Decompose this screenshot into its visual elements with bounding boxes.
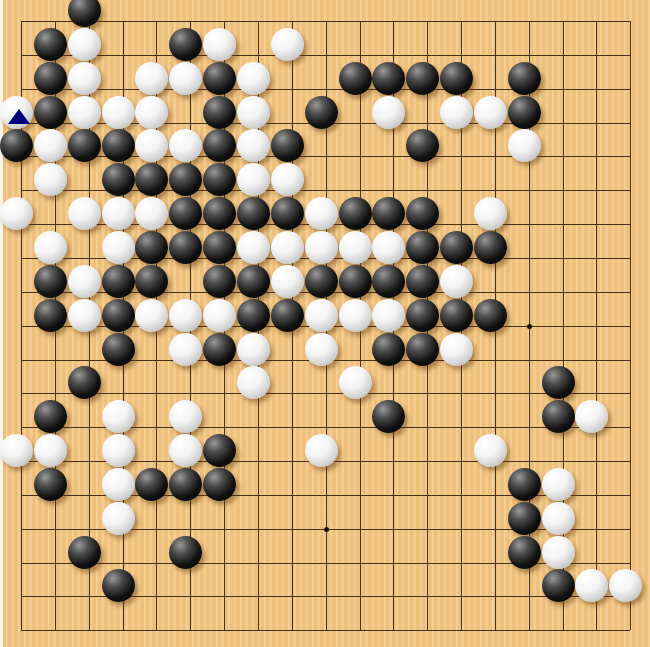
- stone-black[interactable]: [406, 265, 439, 298]
- stone-black[interactable]: [34, 400, 67, 433]
- stone-white[interactable]: [542, 468, 575, 501]
- stone-black[interactable]: [542, 400, 575, 433]
- stone-black[interactable]: [169, 28, 202, 61]
- stone-white[interactable]: [305, 231, 338, 264]
- stone-black[interactable]: [305, 96, 338, 129]
- stone-white[interactable]: [339, 231, 372, 264]
- stone-black[interactable]: [34, 299, 67, 332]
- stone-white[interactable]: [372, 231, 405, 264]
- stone-black[interactable]: [339, 197, 372, 230]
- stone-white[interactable]: [237, 62, 270, 95]
- stone-black[interactable]: [169, 231, 202, 264]
- stone-black[interactable]: [169, 536, 202, 569]
- stone-white[interactable]: [372, 299, 405, 332]
- stone-white[interactable]: [68, 62, 101, 95]
- stone-black[interactable]: [508, 62, 541, 95]
- stone-black[interactable]: [474, 299, 507, 332]
- stone-black[interactable]: [508, 96, 541, 129]
- stone-black[interactable]: [135, 231, 168, 264]
- stone-black[interactable]: [203, 129, 236, 162]
- stone-white[interactable]: [102, 400, 135, 433]
- stone-black[interactable]: [203, 468, 236, 501]
- stone-white[interactable]: [508, 129, 541, 162]
- stone-black[interactable]: [135, 468, 168, 501]
- stone-white[interactable]: [609, 569, 642, 602]
- stone-white[interactable]: [237, 129, 270, 162]
- stone-white[interactable]: [135, 129, 168, 162]
- stone-white[interactable]: [34, 163, 67, 196]
- stone-white[interactable]: [203, 28, 236, 61]
- stone-black[interactable]: [440, 62, 473, 95]
- stone-white[interactable]: [0, 434, 33, 467]
- stone-white[interactable]: [339, 299, 372, 332]
- stone-white[interactable]: [237, 231, 270, 264]
- stone-white[interactable]: [271, 163, 304, 196]
- stone-white[interactable]: [237, 96, 270, 129]
- stone-black[interactable]: [34, 96, 67, 129]
- stone-white[interactable]: [440, 265, 473, 298]
- triangle-marker: [8, 109, 30, 124]
- stone-white[interactable]: [169, 434, 202, 467]
- grid-line-vertical: [596, 21, 597, 630]
- stone-black[interactable]: [406, 197, 439, 230]
- stone-black[interactable]: [406, 62, 439, 95]
- stone-black[interactable]: [34, 265, 67, 298]
- stone-white[interactable]: [339, 366, 372, 399]
- stone-black[interactable]: [406, 231, 439, 264]
- stone-white[interactable]: [135, 96, 168, 129]
- stone-white[interactable]: [102, 434, 135, 467]
- stone-white[interactable]: [575, 569, 608, 602]
- stone-black[interactable]: [102, 129, 135, 162]
- stone-black[interactable]: [68, 129, 101, 162]
- stone-white[interactable]: [271, 231, 304, 264]
- stone-black[interactable]: [372, 62, 405, 95]
- stone-black[interactable]: [508, 536, 541, 569]
- stone-black[interactable]: [102, 163, 135, 196]
- stone-black[interactable]: [372, 197, 405, 230]
- stone-black[interactable]: [372, 400, 405, 433]
- stone-black[interactable]: [135, 265, 168, 298]
- stone-white[interactable]: [102, 231, 135, 264]
- grid-line-vertical: [630, 21, 631, 630]
- grid-line-horizontal: [21, 393, 630, 394]
- stone-white[interactable]: [542, 502, 575, 535]
- stone-white[interactable]: [271, 28, 304, 61]
- stone-black[interactable]: [542, 569, 575, 602]
- stone-white[interactable]: [0, 197, 33, 230]
- star-point: [527, 324, 532, 329]
- stone-white[interactable]: [305, 434, 338, 467]
- stone-white[interactable]: [68, 96, 101, 129]
- stone-white[interactable]: [542, 536, 575, 569]
- stone-white[interactable]: [474, 434, 507, 467]
- stone-white[interactable]: [102, 502, 135, 535]
- go-app-window: [0, 0, 650, 647]
- stone-white[interactable]: [34, 129, 67, 162]
- stone-black[interactable]: [102, 265, 135, 298]
- stone-black[interactable]: [34, 468, 67, 501]
- stone-black[interactable]: [203, 231, 236, 264]
- stone-white[interactable]: [440, 96, 473, 129]
- stone-white[interactable]: [575, 400, 608, 433]
- stone-white[interactable]: [169, 400, 202, 433]
- stone-white[interactable]: [203, 299, 236, 332]
- stone-black[interactable]: [34, 28, 67, 61]
- stone-black[interactable]: [102, 299, 135, 332]
- stone-black[interactable]: [203, 333, 236, 366]
- stone-white[interactable]: [237, 163, 270, 196]
- stone-black[interactable]: [135, 163, 168, 196]
- stone-black[interactable]: [271, 129, 304, 162]
- stone-black[interactable]: [237, 197, 270, 230]
- stone-black[interactable]: [169, 197, 202, 230]
- stone-black[interactable]: [203, 265, 236, 298]
- stone-white[interactable]: [102, 197, 135, 230]
- stone-white[interactable]: [271, 265, 304, 298]
- stone-black[interactable]: [372, 265, 405, 298]
- stone-black[interactable]: [68, 366, 101, 399]
- stone-black[interactable]: [203, 197, 236, 230]
- grid-line-horizontal: [21, 630, 630, 631]
- stone-black[interactable]: [440, 299, 473, 332]
- stone-white[interactable]: [169, 129, 202, 162]
- stone-white[interactable]: [237, 333, 270, 366]
- stone-white[interactable]: [474, 96, 507, 129]
- stone-white[interactable]: [305, 333, 338, 366]
- stone-black[interactable]: [102, 333, 135, 366]
- stone-white[interactable]: [68, 299, 101, 332]
- stone-black[interactable]: [203, 434, 236, 467]
- stone-white[interactable]: [102, 468, 135, 501]
- stone-black[interactable]: [237, 299, 270, 332]
- stone-white[interactable]: [474, 197, 507, 230]
- stone-white[interactable]: [169, 299, 202, 332]
- stone-black[interactable]: [406, 333, 439, 366]
- stone-white[interactable]: [237, 366, 270, 399]
- stone-white[interactable]: [135, 299, 168, 332]
- stone-black[interactable]: [68, 536, 101, 569]
- stone-white[interactable]: [135, 62, 168, 95]
- go-board[interactable]: [0, 0, 650, 647]
- stone-white[interactable]: [68, 28, 101, 61]
- stone-black[interactable]: [440, 231, 473, 264]
- board-edge-strip: [0, 0, 3, 647]
- stone-black[interactable]: [339, 265, 372, 298]
- stone-black[interactable]: [508, 502, 541, 535]
- stone-white[interactable]: [169, 333, 202, 366]
- grid-line-horizontal: [21, 563, 630, 564]
- stone-white[interactable]: [305, 197, 338, 230]
- stone-black[interactable]: [372, 333, 405, 366]
- stone-black[interactable]: [406, 299, 439, 332]
- stone-black[interactable]: [169, 468, 202, 501]
- stone-black[interactable]: [68, 0, 101, 27]
- stone-black[interactable]: [542, 366, 575, 399]
- stone-black[interactable]: [237, 265, 270, 298]
- stone-black[interactable]: [169, 163, 202, 196]
- stone-black[interactable]: [271, 197, 304, 230]
- stone-black[interactable]: [508, 468, 541, 501]
- stone-black[interactable]: [203, 62, 236, 95]
- star-point: [324, 527, 329, 532]
- stone-white[interactable]: [305, 299, 338, 332]
- stone-black[interactable]: [203, 163, 236, 196]
- stone-white[interactable]: [68, 265, 101, 298]
- stone-white[interactable]: [34, 434, 67, 467]
- stone-black[interactable]: [406, 129, 439, 162]
- stone-white[interactable]: [372, 96, 405, 129]
- stone-white[interactable]: [68, 197, 101, 230]
- stone-black[interactable]: [305, 265, 338, 298]
- stone-white[interactable]: [135, 197, 168, 230]
- stone-black[interactable]: [0, 129, 33, 162]
- stone-black[interactable]: [102, 569, 135, 602]
- stone-black[interactable]: [203, 96, 236, 129]
- stone-white[interactable]: [169, 62, 202, 95]
- stone-white[interactable]: [440, 333, 473, 366]
- stone-black[interactable]: [339, 62, 372, 95]
- stone-white[interactable]: [102, 96, 135, 129]
- stone-white[interactable]: [34, 231, 67, 264]
- stone-black[interactable]: [34, 62, 67, 95]
- stone-black[interactable]: [271, 299, 304, 332]
- stone-black[interactable]: [474, 231, 507, 264]
